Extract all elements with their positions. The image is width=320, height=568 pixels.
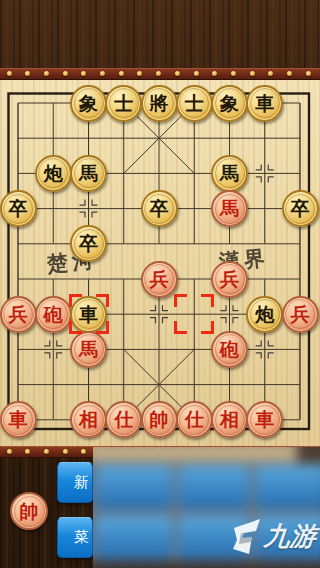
piece-red-chariot[interactable]: 車 bbox=[0, 401, 37, 438]
piece-glyph: 士 bbox=[114, 94, 133, 113]
stud bbox=[63, 71, 68, 76]
stud bbox=[156, 71, 161, 76]
piece-red-general[interactable]: 帥 bbox=[141, 401, 178, 438]
stud bbox=[44, 449, 49, 454]
piece-black-horse[interactable]: 馬 bbox=[70, 155, 107, 192]
piece-red-soldier[interactable]: 兵 bbox=[211, 261, 248, 298]
piece-red-advisor[interactable]: 仕 bbox=[176, 401, 213, 438]
piece-glyph: 卒 bbox=[150, 199, 169, 218]
piece-red-soldier[interactable]: 兵 bbox=[282, 296, 319, 333]
piece-glyph: 炮 bbox=[44, 164, 63, 183]
piece-glyph: 砲 bbox=[44, 305, 63, 324]
jiuyou-logo-icon bbox=[231, 518, 261, 555]
piece-glyph: 帥 bbox=[150, 410, 169, 429]
piece-glyph: 車 bbox=[255, 410, 274, 429]
stud bbox=[268, 71, 273, 76]
piece-glyph: 炮 bbox=[255, 305, 274, 324]
jiuyou-watermark-text: 九游 bbox=[262, 519, 317, 554]
piece-glyph: 馬 bbox=[220, 199, 239, 218]
piece-glyph: 車 bbox=[9, 410, 28, 429]
piece-red-horse[interactable]: 馬 bbox=[70, 331, 107, 368]
piece-black-elephant[interactable]: 象 bbox=[70, 85, 107, 122]
stud bbox=[100, 71, 105, 76]
menu-button[interactable]: 菜 bbox=[57, 517, 93, 558]
stud bbox=[25, 449, 30, 454]
piece-red-cannon[interactable]: 砲 bbox=[211, 331, 248, 368]
stud bbox=[119, 71, 124, 76]
stud bbox=[306, 71, 311, 76]
turn-indicator-red-general: 帥 bbox=[10, 492, 48, 530]
stud bbox=[287, 71, 292, 76]
piece-black-advisor[interactable]: 士 bbox=[176, 85, 213, 122]
piece-glyph: 卒 bbox=[9, 199, 28, 218]
stud bbox=[7, 449, 12, 454]
piece-glyph: 仕 bbox=[185, 410, 204, 429]
piece-black-chariot[interactable]: 車 bbox=[246, 85, 283, 122]
new-game-button[interactable]: 新 bbox=[57, 462, 93, 503]
stud bbox=[7, 71, 12, 76]
piece-glyph: 兵 bbox=[291, 305, 310, 324]
piece-red-soldier[interactable]: 兵 bbox=[0, 296, 37, 333]
stud bbox=[231, 71, 236, 76]
stud bbox=[25, 71, 30, 76]
piece-black-horse[interactable]: 馬 bbox=[211, 155, 248, 192]
piece-black-cannon[interactable]: 炮 bbox=[246, 296, 283, 333]
stud bbox=[81, 449, 86, 454]
piece-glyph: 馬 bbox=[79, 164, 98, 183]
piece-glyph: 兵 bbox=[220, 270, 239, 289]
stud bbox=[137, 71, 142, 76]
piece-glyph: 車 bbox=[79, 305, 98, 324]
jiuyou-watermark: 九游 bbox=[231, 518, 316, 555]
piece-black-advisor[interactable]: 士 bbox=[105, 85, 142, 122]
piece-glyph: 馬 bbox=[220, 164, 239, 183]
piece-glyph: 卒 bbox=[79, 234, 98, 253]
piece-glyph: 砲 bbox=[220, 340, 239, 359]
piece-black-soldier[interactable]: 卒 bbox=[141, 190, 178, 227]
stud bbox=[212, 71, 217, 76]
piece-glyph: 仕 bbox=[114, 410, 133, 429]
piece-glyph: 將 bbox=[150, 94, 169, 113]
piece-red-cannon[interactable]: 砲 bbox=[35, 296, 72, 333]
piece-black-cannon[interactable]: 炮 bbox=[35, 155, 72, 192]
stud bbox=[175, 71, 180, 76]
piece-red-horse[interactable]: 馬 bbox=[211, 190, 248, 227]
piece-black-elephant[interactable]: 象 bbox=[211, 85, 248, 122]
piece-glyph: 象 bbox=[79, 94, 98, 113]
piece-glyph: 相 bbox=[79, 410, 98, 429]
piece-black-soldier[interactable]: 卒 bbox=[282, 190, 319, 227]
top-rail bbox=[0, 68, 320, 80]
piece-glyph: 兵 bbox=[9, 305, 28, 324]
piece-red-soldier[interactable]: 兵 bbox=[141, 261, 178, 298]
piece-glyph: 卒 bbox=[291, 199, 310, 218]
piece-glyph: 象 bbox=[220, 94, 239, 113]
game-screen: 楚河 漢界 象士將士象車炮馬馬卒卒馬卒卒兵兵兵砲車炮兵馬砲車相仕帥仕相車 帥 新… bbox=[0, 0, 320, 568]
stud bbox=[44, 71, 49, 76]
piece-black-chariot[interactable]: 車 bbox=[70, 296, 107, 333]
piece-glyph: 士 bbox=[185, 94, 204, 113]
stud bbox=[63, 449, 68, 454]
stud bbox=[81, 71, 86, 76]
piece-black-general[interactable]: 將 bbox=[141, 85, 178, 122]
stud bbox=[250, 71, 255, 76]
stud bbox=[194, 71, 199, 76]
piece-glyph: 兵 bbox=[150, 270, 169, 289]
piece-black-soldier[interactable]: 卒 bbox=[0, 190, 37, 227]
piece-glyph: 相 bbox=[220, 410, 239, 429]
piece-glyph: 馬 bbox=[79, 340, 98, 359]
piece-glyph: 車 bbox=[255, 94, 274, 113]
